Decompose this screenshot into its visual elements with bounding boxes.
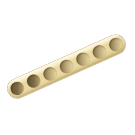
beam-hole-4 [58, 58, 75, 75]
beam-hole-1 [8, 80, 25, 97]
beam-hole-5 [75, 51, 92, 68]
beam-hole-6 [91, 43, 108, 60]
beam-hole-3 [41, 66, 58, 83]
scene-background [0, 0, 135, 135]
beam-holes-row [5, 32, 129, 101]
beam-hole-2 [25, 73, 42, 90]
beam-hole-7 [108, 36, 125, 53]
lego-technic-beam [5, 32, 129, 101]
